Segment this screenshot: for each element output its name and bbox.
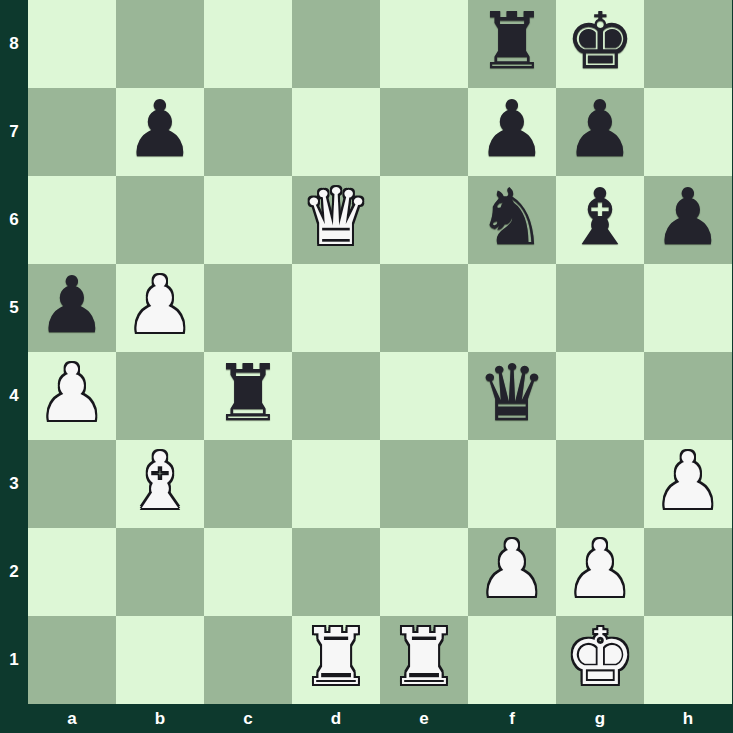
file-label: a — [67, 709, 76, 729]
white-bishop: ♝ — [125, 442, 195, 520]
square-b7[interactable]: ♟ — [116, 88, 204, 176]
black-pawn: ♟ — [653, 178, 723, 256]
square-a1[interactable] — [28, 616, 116, 704]
black-pawn: ♟ — [565, 90, 635, 168]
white-pawn: ♟ — [125, 266, 195, 344]
square-g8[interactable]: ♚ — [556, 0, 644, 88]
rank-label-gutter: 8 — [0, 0, 28, 88]
rank-label-gutter: 4 — [0, 352, 28, 440]
square-f4[interactable]: ♛ — [468, 352, 556, 440]
square-a4[interactable]: ♟ — [28, 352, 116, 440]
square-g7[interactable]: ♟ — [556, 88, 644, 176]
black-king: ♚ — [565, 2, 635, 80]
square-e1[interactable]: ♜ — [380, 616, 468, 704]
square-h6[interactable]: ♟ — [644, 176, 732, 264]
square-b2[interactable] — [116, 528, 204, 616]
board-grid: 8♜♚7♟♟♟6♛♞♝♟5♟♟4♟♜♛3♝♟2♟♟1♜♜♚abcdefgh — [0, 0, 733, 733]
file-label: c — [243, 709, 252, 729]
black-pawn: ♟ — [125, 90, 195, 168]
square-h7[interactable] — [644, 88, 732, 176]
corner-spacer — [0, 704, 28, 733]
square-d7[interactable] — [292, 88, 380, 176]
square-a7[interactable] — [28, 88, 116, 176]
square-b5[interactable]: ♟ — [116, 264, 204, 352]
rank-label: 6 — [9, 210, 18, 230]
square-f2[interactable]: ♟ — [468, 528, 556, 616]
square-g5[interactable] — [556, 264, 644, 352]
file-label: f — [509, 709, 515, 729]
square-c1[interactable] — [204, 616, 292, 704]
square-b8[interactable] — [116, 0, 204, 88]
file-label-gutter: h — [644, 704, 732, 733]
square-d2[interactable] — [292, 528, 380, 616]
square-c3[interactable] — [204, 440, 292, 528]
square-h8[interactable] — [644, 0, 732, 88]
square-b3[interactable]: ♝ — [116, 440, 204, 528]
rank-label: 5 — [9, 298, 18, 318]
square-h4[interactable] — [644, 352, 732, 440]
file-label: g — [595, 709, 605, 729]
square-d6[interactable]: ♛ — [292, 176, 380, 264]
file-label-gutter: f — [468, 704, 556, 733]
square-h1[interactable] — [644, 616, 732, 704]
square-e4[interactable] — [380, 352, 468, 440]
white-pawn: ♟ — [37, 354, 107, 432]
black-knight: ♞ — [477, 178, 547, 256]
square-c2[interactable] — [204, 528, 292, 616]
square-d8[interactable] — [292, 0, 380, 88]
rank-label: 2 — [9, 562, 18, 582]
square-a5[interactable]: ♟ — [28, 264, 116, 352]
square-e2[interactable] — [380, 528, 468, 616]
black-pawn: ♟ — [477, 90, 547, 168]
square-g1[interactable]: ♚ — [556, 616, 644, 704]
square-f7[interactable]: ♟ — [468, 88, 556, 176]
square-h2[interactable] — [644, 528, 732, 616]
rank-label: 8 — [9, 34, 18, 54]
rank-label-gutter: 7 — [0, 88, 28, 176]
file-label: d — [331, 709, 341, 729]
square-f3[interactable] — [468, 440, 556, 528]
square-a8[interactable] — [28, 0, 116, 88]
square-e3[interactable] — [380, 440, 468, 528]
square-g3[interactable] — [556, 440, 644, 528]
white-rook: ♜ — [389, 618, 459, 696]
file-label: b — [155, 709, 165, 729]
square-e6[interactable] — [380, 176, 468, 264]
square-d5[interactable] — [292, 264, 380, 352]
file-label-gutter: c — [204, 704, 292, 733]
rank-label-gutter: 3 — [0, 440, 28, 528]
square-d1[interactable]: ♜ — [292, 616, 380, 704]
file-label: e — [419, 709, 428, 729]
black-rook: ♜ — [477, 2, 547, 80]
rank-label-gutter: 5 — [0, 264, 28, 352]
square-a6[interactable] — [28, 176, 116, 264]
square-a3[interactable] — [28, 440, 116, 528]
file-label-gutter: e — [380, 704, 468, 733]
file-label-gutter: a — [28, 704, 116, 733]
square-c7[interactable] — [204, 88, 292, 176]
rank-label-gutter: 1 — [0, 616, 28, 704]
square-c4[interactable]: ♜ — [204, 352, 292, 440]
square-g6[interactable]: ♝ — [556, 176, 644, 264]
rank-label: 7 — [9, 122, 18, 142]
rank-label-gutter: 2 — [0, 528, 28, 616]
white-pawn: ♟ — [477, 530, 547, 608]
square-g2[interactable]: ♟ — [556, 528, 644, 616]
square-c6[interactable] — [204, 176, 292, 264]
square-f5[interactable] — [468, 264, 556, 352]
white-king: ♚ — [565, 618, 635, 696]
file-label: h — [683, 709, 693, 729]
square-f8[interactable]: ♜ — [468, 0, 556, 88]
white-pawn: ♟ — [653, 442, 723, 520]
square-d3[interactable] — [292, 440, 380, 528]
square-d4[interactable] — [292, 352, 380, 440]
black-pawn: ♟ — [37, 266, 107, 344]
file-label-gutter: b — [116, 704, 204, 733]
square-e8[interactable] — [380, 0, 468, 88]
square-f6[interactable]: ♞ — [468, 176, 556, 264]
square-e7[interactable] — [380, 88, 468, 176]
square-b4[interactable] — [116, 352, 204, 440]
chess-board: 8♜♚7♟♟♟6♛♞♝♟5♟♟4♟♜♛3♝♟2♟♟1♜♜♚abcdefgh — [0, 0, 733, 733]
black-rook: ♜ — [213, 354, 283, 432]
rank-label: 3 — [9, 474, 18, 494]
square-a2[interactable] — [28, 528, 116, 616]
white-pawn: ♟ — [565, 530, 635, 608]
white-queen: ♛ — [301, 178, 371, 256]
square-h3[interactable]: ♟ — [644, 440, 732, 528]
square-g4[interactable] — [556, 352, 644, 440]
rank-label: 4 — [9, 386, 18, 406]
square-e5[interactable] — [380, 264, 468, 352]
white-rook: ♜ — [301, 618, 371, 696]
square-h5[interactable] — [644, 264, 732, 352]
black-bishop: ♝ — [565, 178, 635, 256]
square-c5[interactable] — [204, 264, 292, 352]
file-label-gutter: d — [292, 704, 380, 733]
rank-label: 1 — [9, 650, 18, 670]
rank-label-gutter: 6 — [0, 176, 28, 264]
square-f1[interactable] — [468, 616, 556, 704]
black-queen: ♛ — [477, 354, 547, 432]
square-b1[interactable] — [116, 616, 204, 704]
square-b6[interactable] — [116, 176, 204, 264]
file-label-gutter: g — [556, 704, 644, 733]
square-c8[interactable] — [204, 0, 292, 88]
